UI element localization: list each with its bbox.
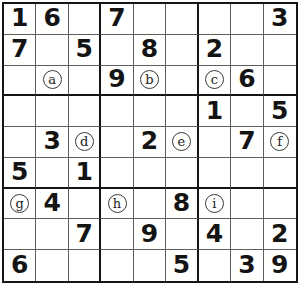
given-digit: 5 (75, 36, 92, 61)
given-digit: 1 (11, 5, 28, 30)
cell-r2c3[interactable]: 5 (69, 35, 101, 66)
cell-r8c2[interactable] (36, 219, 68, 250)
cell-r3c9[interactable] (264, 66, 296, 97)
cell-r3c3[interactable] (69, 66, 101, 97)
given-digit: 7 (75, 221, 92, 246)
cell-r7c7[interactable]: i (199, 189, 231, 220)
given-digit: 5 (271, 98, 288, 123)
circled-letter-h: h (108, 194, 127, 213)
cell-r6c7[interactable] (199, 158, 231, 189)
cell-r2c5[interactable]: 8 (134, 35, 166, 66)
given-digit: 6 (43, 5, 60, 30)
cell-r5c9[interactable]: f (264, 127, 296, 158)
cell-r1c9[interactable]: 3 (264, 4, 296, 35)
given-digit: 1 (206, 98, 223, 123)
cell-r5c8[interactable]: 7 (231, 127, 263, 158)
given-digit: 5 (11, 159, 28, 184)
given-digit: 2 (206, 36, 223, 61)
given-digit: 9 (271, 252, 288, 277)
cell-r5c6[interactable]: e (166, 127, 198, 158)
cell-r6c1[interactable]: 5 (4, 158, 36, 189)
cell-r7c3[interactable] (69, 189, 101, 220)
cell-r9c1[interactable]: 6 (4, 250, 36, 281)
circled-letter-g: g (10, 194, 29, 213)
cell-r7c2[interactable]: 4 (36, 189, 68, 220)
given-digit: 2 (271, 221, 288, 246)
cell-r2c4[interactable] (101, 35, 133, 66)
cell-r1c2[interactable]: 6 (36, 4, 68, 35)
given-digit: 9 (108, 66, 125, 91)
given-digit: 7 (238, 128, 255, 153)
cell-r7c6[interactable]: 8 (166, 189, 198, 220)
cell-r4c4[interactable] (101, 96, 133, 127)
circled-letter-f: f (270, 132, 289, 151)
circled-letter-a: a (43, 70, 62, 89)
cell-r8c5[interactable]: 9 (134, 219, 166, 250)
given-digit: 3 (43, 128, 60, 153)
cell-r4c8[interactable] (231, 96, 263, 127)
cell-r7c9[interactable] (264, 189, 296, 220)
cell-r4c9[interactable]: 5 (264, 96, 296, 127)
cell-r4c5[interactable] (134, 96, 166, 127)
cell-r5c7[interactable] (199, 127, 231, 158)
circled-letter-e: e (172, 132, 191, 151)
sudoku-board-wrap: 16737582a9bc6153d2e7f51g4h8i79426539 (0, 0, 300, 285)
cell-r8c4[interactable] (101, 219, 133, 250)
given-digit: 7 (108, 5, 125, 30)
cell-r8c9[interactable]: 2 (264, 219, 296, 250)
given-digit: 3 (238, 252, 255, 277)
given-digit: 6 (238, 66, 255, 91)
cell-r5c3[interactable]: d (69, 127, 101, 158)
cell-r1c5[interactable] (134, 4, 166, 35)
cell-r4c7[interactable]: 1 (199, 96, 231, 127)
cell-r9c8[interactable]: 3 (231, 250, 263, 281)
cell-r1c4[interactable]: 7 (101, 4, 133, 35)
cell-r3c5[interactable]: b (134, 66, 166, 97)
sudoku-board: 16737582a9bc6153d2e7f51g4h8i79426539 (2, 2, 298, 283)
cell-r8c7[interactable]: 4 (199, 219, 231, 250)
cell-r8c3[interactable]: 7 (69, 219, 101, 250)
cell-r3c6[interactable] (166, 66, 198, 97)
cell-r8c6[interactable] (166, 219, 198, 250)
cell-r5c1[interactable] (4, 127, 36, 158)
given-digit: 4 (206, 221, 223, 246)
cell-r7c8[interactable] (231, 189, 263, 220)
cell-r4c1[interactable] (4, 96, 36, 127)
cell-r3c7[interactable]: c (199, 66, 231, 97)
cell-r8c1[interactable] (4, 219, 36, 250)
cell-r3c1[interactable] (4, 66, 36, 97)
cell-r2c8[interactable] (231, 35, 263, 66)
cell-r6c8[interactable] (231, 158, 263, 189)
cell-r6c2[interactable] (36, 158, 68, 189)
cell-r6c9[interactable] (264, 158, 296, 189)
cell-r5c5[interactable]: 2 (134, 127, 166, 158)
circled-letter-b: b (140, 70, 159, 89)
cell-r6c3[interactable]: 1 (69, 158, 101, 189)
cell-r1c7[interactable] (199, 4, 231, 35)
cell-r4c6[interactable] (166, 96, 198, 127)
cell-r4c2[interactable] (36, 96, 68, 127)
circled-letter-i: i (205, 194, 224, 213)
cell-r5c2[interactable]: 3 (36, 127, 68, 158)
cell-r8c8[interactable] (231, 219, 263, 250)
given-digit: 1 (75, 159, 92, 184)
given-digit: 8 (141, 36, 158, 61)
cell-r9c5[interactable] (134, 250, 166, 281)
cell-r5c4[interactable] (101, 127, 133, 158)
cell-r1c1[interactable]: 1 (4, 4, 36, 35)
cell-r6c6[interactable] (166, 158, 198, 189)
cell-r9c6[interactable]: 5 (166, 250, 198, 281)
cell-r9c3[interactable] (69, 250, 101, 281)
cell-r9c9[interactable]: 9 (264, 250, 296, 281)
cell-r9c2[interactable] (36, 250, 68, 281)
given-digit: 6 (11, 252, 28, 277)
cell-r1c8[interactable] (231, 4, 263, 35)
cell-r4c3[interactable] (69, 96, 101, 127)
given-digit: 9 (141, 221, 158, 246)
given-digit: 8 (173, 190, 190, 215)
given-digit: 7 (11, 36, 28, 61)
cell-r1c3[interactable] (69, 4, 101, 35)
cell-r2c7[interactable]: 2 (199, 35, 231, 66)
cell-r2c6[interactable] (166, 35, 198, 66)
cell-r9c7[interactable] (199, 250, 231, 281)
cell-r2c9[interactable] (264, 35, 296, 66)
cell-r2c1[interactable]: 7 (4, 35, 36, 66)
cell-r6c4[interactable] (101, 158, 133, 189)
cell-r3c8[interactable]: 6 (231, 66, 263, 97)
cell-r2c2[interactable] (36, 35, 68, 66)
cell-r7c4[interactable]: h (101, 189, 133, 220)
cell-r3c2[interactable]: a (36, 66, 68, 97)
cell-r9c4[interactable] (101, 250, 133, 281)
circled-letter-d: d (75, 132, 94, 151)
given-digit: 4 (43, 190, 60, 215)
cell-r1c6[interactable] (166, 4, 198, 35)
circled-letter-c: c (205, 70, 224, 89)
cell-r6c5[interactable] (134, 158, 166, 189)
given-digit: 2 (141, 128, 158, 153)
cell-r3c4[interactable]: 9 (101, 66, 133, 97)
given-digit: 3 (271, 5, 288, 30)
cell-r7c5[interactable] (134, 189, 166, 220)
cell-r7c1[interactable]: g (4, 189, 36, 220)
given-digit: 5 (173, 252, 190, 277)
